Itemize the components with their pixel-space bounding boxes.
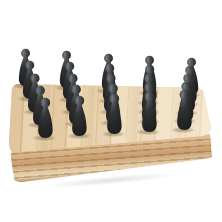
pieces-layer (0, 0, 222, 222)
pawn-row4-col3[interactable] (138, 91, 161, 133)
pawn-row4-col2[interactable] (103, 93, 126, 135)
pawn-row4-col1[interactable] (68, 95, 91, 137)
pawn-row4-col4[interactable] (173, 89, 196, 131)
pawn-row4-col0[interactable] (34, 97, 57, 139)
product-photo-stage (0, 0, 222, 222)
